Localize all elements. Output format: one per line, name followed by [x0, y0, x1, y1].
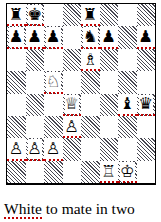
square-b1: [26, 161, 45, 183]
square-d6: [63, 49, 82, 71]
chess-board-frame: ♜♚♜♟♟♟♞♟♟♗♘♕♝♛♙♙♙♙♖♔: [6, 3, 156, 185]
square-h1: [137, 161, 156, 183]
square-c5: ♘: [44, 71, 63, 93]
square-f4: [100, 94, 119, 116]
square-d3: ♙: [63, 116, 82, 138]
square-c1: [44, 161, 63, 183]
white-rook-piece: ♖: [101, 163, 116, 180]
square-b7: ♟: [26, 26, 45, 48]
square-b6: [26, 49, 45, 71]
white-pawn-piece: ♙: [46, 141, 61, 158]
square-g3: [118, 116, 137, 138]
caption-word-white: White: [4, 200, 42, 219]
square-h8: [137, 4, 156, 26]
square-a4: [7, 94, 26, 116]
square-d7: [63, 26, 82, 48]
square-f6: [100, 49, 119, 71]
square-g1: ♔: [118, 161, 137, 183]
black-rook-piece: ♜: [9, 6, 24, 23]
square-e1: [81, 161, 100, 183]
black-pawn-piece: ♟: [46, 29, 61, 46]
square-g8: [118, 4, 137, 26]
square-e8: ♜: [81, 4, 100, 26]
square-a1: [7, 161, 26, 183]
black-pawn-piece: ♟: [27, 29, 42, 46]
square-g2: [118, 138, 137, 160]
square-d5: [63, 71, 82, 93]
black-bishop-piece: ♝: [120, 96, 135, 113]
square-b5: [26, 71, 45, 93]
square-e2: [81, 138, 100, 160]
white-queen-piece: ♕: [64, 96, 79, 113]
square-h6: [137, 49, 156, 71]
square-b8: ♚: [26, 4, 45, 26]
square-a2: ♙: [7, 138, 26, 160]
white-king-piece: ♔: [120, 163, 135, 180]
square-f1: ♖: [100, 161, 119, 183]
square-d1: [63, 161, 82, 183]
chess-board: ♜♚♜♟♟♟♞♟♟♗♘♕♝♛♙♙♙♙♖♔: [7, 4, 155, 183]
square-c3: [44, 116, 63, 138]
square-c2: ♙: [44, 138, 63, 160]
caption-rest: to mate in two: [42, 200, 135, 217]
square-a6: [7, 49, 26, 71]
black-pawn-piece: ♟: [9, 29, 24, 46]
square-c7: ♟: [44, 26, 63, 48]
square-e4: [81, 94, 100, 116]
square-b4: [26, 94, 45, 116]
square-c8: [44, 4, 63, 26]
square-f3: [100, 116, 119, 138]
puzzle-caption: White to mate in two: [4, 200, 161, 218]
square-b3: [26, 116, 45, 138]
square-d8: [63, 4, 82, 26]
white-bishop-piece: ♗: [83, 51, 98, 68]
square-h4: ♛: [137, 94, 156, 116]
square-f8: [100, 4, 119, 26]
square-a3: [7, 116, 26, 138]
square-h7: ♟: [137, 26, 156, 48]
square-d2: [63, 138, 82, 160]
square-a8: ♜: [7, 4, 26, 26]
square-h5: [137, 71, 156, 93]
black-queen-piece: ♛: [138, 96, 153, 113]
white-pawn-piece: ♙: [27, 141, 42, 158]
square-e5: [81, 71, 100, 93]
black-king-piece: ♚: [27, 6, 42, 23]
white-knight-piece: ♘: [46, 74, 61, 91]
square-b2: ♙: [26, 138, 45, 160]
square-d4: ♕: [63, 94, 82, 116]
square-c4: [44, 94, 63, 116]
square-g7: [118, 26, 137, 48]
black-rook-piece: ♜: [83, 6, 98, 23]
square-e7: ♞: [81, 26, 100, 48]
black-pawn-piece: ♟: [138, 29, 153, 46]
square-h2: [137, 138, 156, 160]
black-knight-piece: ♞: [83, 29, 98, 46]
square-a7: ♟: [7, 26, 26, 48]
square-c6: [44, 49, 63, 71]
square-f5: [100, 71, 119, 93]
square-e3: [81, 116, 100, 138]
black-pawn-piece: ♟: [101, 29, 116, 46]
square-g6: [118, 49, 137, 71]
square-h3: [137, 116, 156, 138]
white-pawn-piece: ♙: [64, 118, 79, 135]
square-g4: ♝: [118, 94, 137, 116]
square-a5: [7, 71, 26, 93]
square-f7: ♟: [100, 26, 119, 48]
square-e6: ♗: [81, 49, 100, 71]
square-g5: [118, 71, 137, 93]
square-f2: [100, 138, 119, 160]
white-pawn-piece: ♙: [9, 141, 24, 158]
